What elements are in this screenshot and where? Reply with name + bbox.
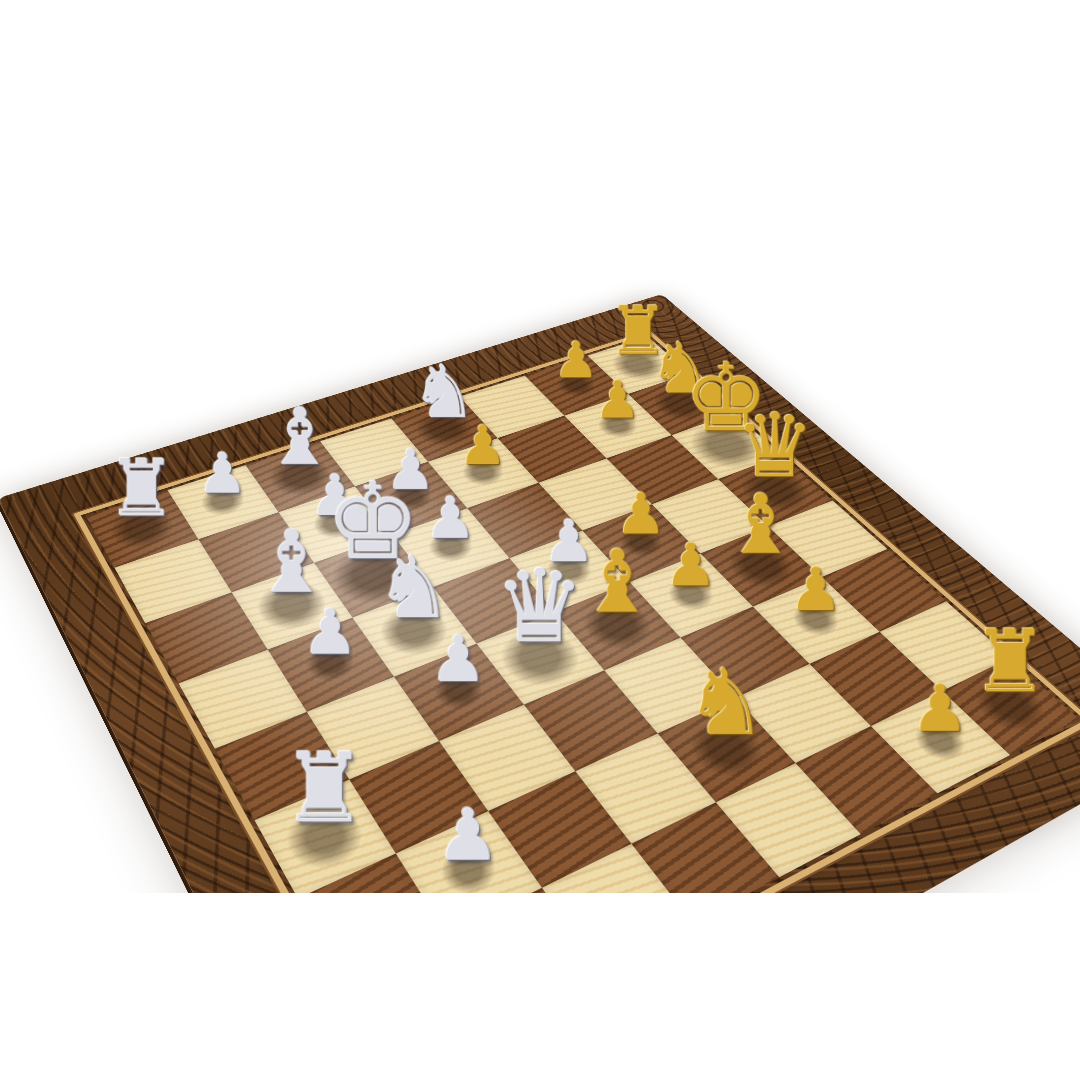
gold-pawn-icon: ♟ bbox=[843, 676, 1037, 741]
gold-knight-icon: ♞ bbox=[628, 656, 825, 748]
photo-crop-mask bbox=[0, 893, 1080, 1080]
silver-pawn-icon: ♟ bbox=[363, 627, 554, 691]
silver-pawn-icon: ♟ bbox=[361, 799, 576, 871]
